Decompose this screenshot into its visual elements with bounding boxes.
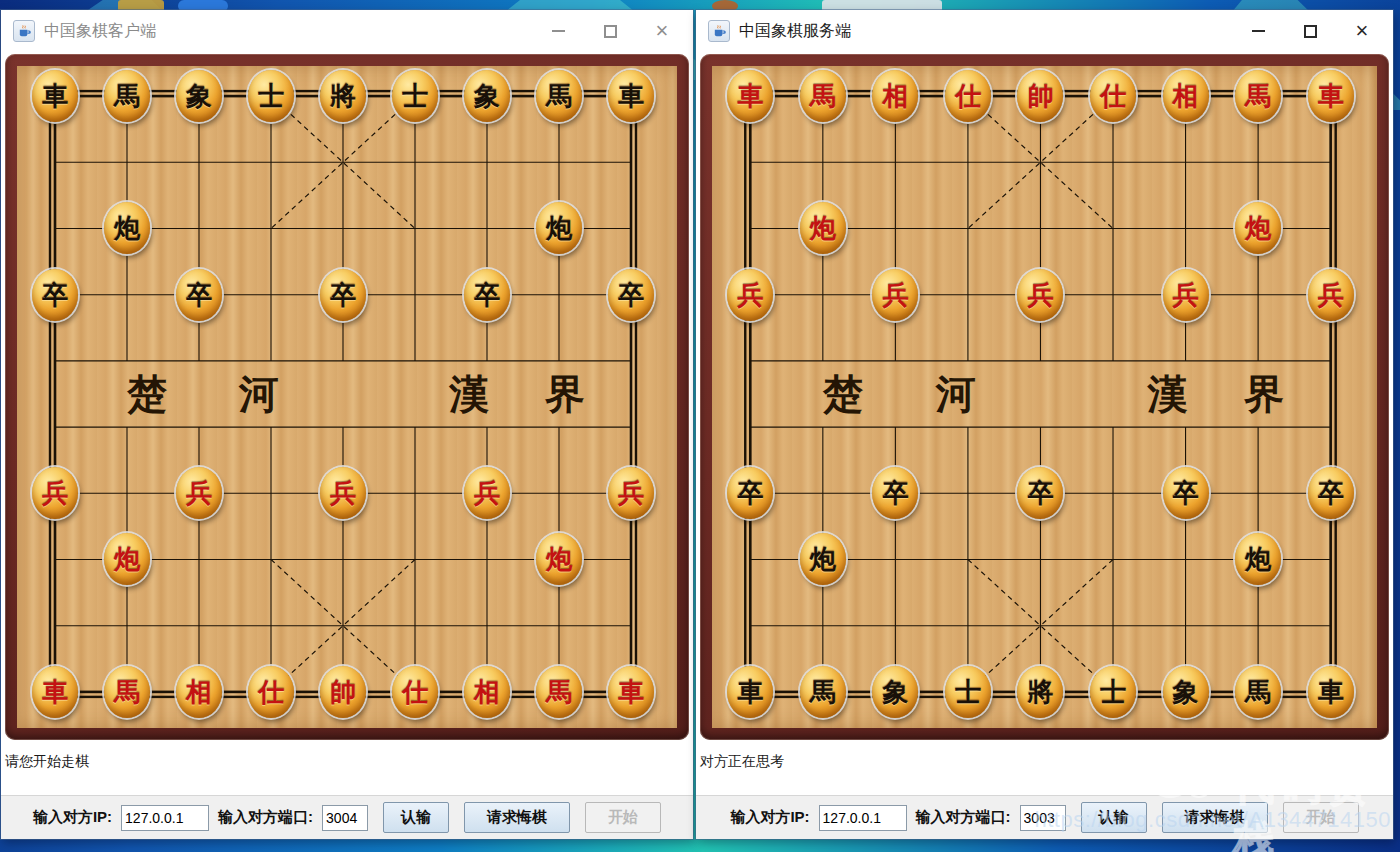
port-input[interactable]	[1020, 805, 1066, 831]
close-button[interactable]: ×	[1349, 18, 1375, 44]
port-label: 输入对方端口:	[218, 808, 313, 827]
piece-glyph: 馬	[1245, 83, 1271, 109]
piece-馬[interactable]: 馬	[104, 70, 150, 122]
piece-glyph: 卒	[474, 282, 500, 308]
piece-glyph: 象	[882, 679, 908, 705]
start-button[interactable]: 开始	[585, 802, 661, 833]
piece-glyph: 炮	[546, 546, 572, 572]
piece-兵[interactable]: 兵	[608, 467, 654, 519]
piece-glyph: 卒	[330, 282, 356, 308]
status-text: 对方正在思考	[700, 753, 784, 769]
piece-將[interactable]: 將	[320, 70, 366, 122]
piece-glyph: 將	[1027, 679, 1053, 705]
piece-glyph: 馬	[546, 679, 572, 705]
piece-glyph: 士	[258, 83, 284, 109]
piece-glyph: 帥	[1027, 83, 1053, 109]
svg-text:河: 河	[238, 370, 279, 417]
piece-glyph: 仕	[955, 83, 981, 109]
port-input[interactable]	[322, 805, 368, 831]
piece-glyph: 卒	[882, 480, 908, 506]
piece-glyph: 馬	[546, 83, 572, 109]
piece-兵[interactable]: 兵	[464, 467, 510, 519]
java-coffee-icon	[708, 20, 730, 42]
piece-車[interactable]: 車	[727, 70, 773, 122]
piece-卒[interactable]: 卒	[608, 269, 654, 321]
piece-兵[interactable]: 兵	[1308, 269, 1354, 321]
piece-相[interactable]: 相	[872, 70, 918, 122]
piece-炮[interactable]: 炮	[536, 533, 582, 585]
piece-馬[interactable]: 馬	[104, 666, 150, 718]
undo-request-button[interactable]: 请求悔棋	[1162, 802, 1268, 833]
client-window: 中国象棋客户端 × 楚河漢界車馬象士將士象馬車炮炮卒卒卒卒卒兵兵兵兵兵炮炮車馬相…	[1, 10, 693, 839]
piece-glyph: 馬	[114, 83, 140, 109]
ip-label: 输入对方IP:	[730, 808, 809, 827]
piece-glyph: 象	[186, 83, 212, 109]
piece-炮[interactable]: 炮	[1235, 533, 1281, 585]
piece-glyph: 炮	[114, 546, 140, 572]
piece-卒[interactable]: 卒	[1308, 467, 1354, 519]
window-title: 中国象棋客户端	[44, 21, 156, 42]
port-label: 输入对方端口:	[916, 808, 1011, 827]
piece-車[interactable]: 車	[32, 666, 78, 718]
piece-仕[interactable]: 仕	[945, 70, 991, 122]
close-button[interactable]: ×	[649, 18, 675, 44]
piece-兵[interactable]: 兵	[176, 467, 222, 519]
piece-glyph: 馬	[1245, 679, 1271, 705]
piece-車[interactable]: 車	[32, 70, 78, 122]
piece-卒[interactable]: 卒	[32, 269, 78, 321]
piece-炮[interactable]: 炮	[800, 202, 846, 254]
piece-glyph: 車	[737, 679, 763, 705]
piece-glyph: 相	[474, 679, 500, 705]
svg-text:界: 界	[1243, 370, 1284, 417]
java-coffee-icon	[13, 20, 35, 42]
piece-glyph: 相	[1173, 83, 1199, 109]
piece-車[interactable]: 車	[1308, 666, 1354, 718]
piece-車[interactable]: 車	[608, 666, 654, 718]
piece-glyph: 車	[42, 679, 68, 705]
minimize-icon	[552, 30, 565, 32]
piece-兵[interactable]: 兵	[320, 467, 366, 519]
piece-士[interactable]: 士	[945, 666, 991, 718]
svg-text:漢: 漢	[448, 370, 489, 417]
minimize-button[interactable]	[1245, 18, 1271, 44]
piece-卒[interactable]: 卒	[320, 269, 366, 321]
piece-卒[interactable]: 卒	[727, 467, 773, 519]
piece-glyph: 卒	[1173, 480, 1199, 506]
titlebar[interactable]: 中国象棋客户端 ×	[1, 10, 693, 52]
piece-士[interactable]: 士	[1090, 666, 1136, 718]
piece-炮[interactable]: 炮	[536, 202, 582, 254]
piece-炮[interactable]: 炮	[104, 533, 150, 585]
ip-input[interactable]	[121, 805, 209, 831]
board-frame: 楚河漢界車馬相仕帥仕相馬車炮炮兵兵兵兵兵卒卒卒卒卒炮炮車馬象士將士象馬車	[700, 54, 1389, 740]
piece-炮[interactable]: 炮	[800, 533, 846, 585]
piece-兵[interactable]: 兵	[727, 269, 773, 321]
undo-request-button[interactable]: 请求悔棋	[464, 802, 570, 833]
piece-相[interactable]: 相	[464, 666, 510, 718]
window-title: 中国象棋服务端	[739, 21, 851, 42]
piece-卒[interactable]: 卒	[176, 269, 222, 321]
piece-士[interactable]: 士	[392, 70, 438, 122]
resign-button[interactable]: 认输	[383, 802, 449, 833]
piece-glyph: 仕	[1100, 83, 1126, 109]
piece-仕[interactable]: 仕	[392, 666, 438, 718]
piece-馬[interactable]: 馬	[800, 70, 846, 122]
piece-glyph: 車	[1318, 679, 1344, 705]
piece-仕[interactable]: 仕	[1090, 70, 1136, 122]
piece-車[interactable]: 車	[1308, 70, 1354, 122]
minimize-button[interactable]	[545, 18, 571, 44]
svg-text:界: 界	[544, 370, 585, 417]
piece-炮[interactable]: 炮	[104, 202, 150, 254]
piece-glyph: 卒	[1027, 480, 1053, 506]
status-text: 请您开始走棋	[5, 753, 89, 769]
piece-glyph: 相	[186, 679, 212, 705]
piece-馬[interactable]: 馬	[536, 70, 582, 122]
piece-glyph: 車	[737, 83, 763, 109]
piece-glyph: 炮	[810, 546, 836, 572]
svg-text:楚: 楚	[126, 370, 168, 417]
svg-text:河: 河	[935, 370, 976, 417]
piece-卒[interactable]: 卒	[1163, 467, 1209, 519]
piece-glyph: 兵	[1318, 282, 1344, 308]
piece-glyph: 士	[1100, 679, 1126, 705]
svg-text:漢: 漢	[1146, 370, 1187, 417]
titlebar[interactable]: 中国象棋服务端 ×	[696, 10, 1393, 52]
piece-glyph: 相	[882, 83, 908, 109]
piece-glyph: 卒	[618, 282, 644, 308]
piece-象[interactable]: 象	[176, 70, 222, 122]
piece-glyph: 車	[1318, 83, 1344, 109]
start-button[interactable]: 开始	[1283, 802, 1359, 833]
maximize-button[interactable]	[597, 18, 623, 44]
xiangqi-board[interactable]: 楚河漢界車馬相仕帥仕相馬車炮炮兵兵兵兵兵卒卒卒卒卒炮炮車馬象士將士象馬車	[712, 66, 1377, 728]
status-bar: 对方正在思考	[696, 742, 1393, 795]
piece-glyph: 馬	[810, 83, 836, 109]
piece-卒[interactable]: 卒	[1017, 467, 1063, 519]
piece-glyph: 炮	[1245, 546, 1271, 572]
piece-glyph: 車	[618, 679, 644, 705]
server-window: 中国象棋服务端 × 楚河漢界車馬相仕帥仕相馬車炮炮兵兵兵兵兵卒卒卒卒卒炮炮車馬象…	[696, 10, 1393, 839]
piece-glyph: 兵	[737, 282, 763, 308]
board-area: 楚河漢界車馬象士將士象馬車炮炮卒卒卒卒卒兵兵兵兵兵炮炮車馬相仕帥仕相馬車	[1, 52, 693, 742]
piece-glyph: 兵	[1173, 282, 1199, 308]
piece-glyph: 馬	[810, 679, 836, 705]
piece-卒[interactable]: 卒	[872, 467, 918, 519]
piece-相[interactable]: 相	[176, 666, 222, 718]
piece-象[interactable]: 象	[1163, 666, 1209, 718]
piece-glyph: 車	[42, 83, 68, 109]
piece-glyph: 卒	[1318, 480, 1344, 506]
piece-仕[interactable]: 仕	[248, 666, 294, 718]
piece-glyph: 車	[618, 83, 644, 109]
piece-glyph: 兵	[330, 480, 356, 506]
piece-glyph: 士	[402, 83, 428, 109]
maximize-icon	[1304, 25, 1317, 38]
piece-車[interactable]: 車	[727, 666, 773, 718]
piece-兵[interactable]: 兵	[872, 269, 918, 321]
control-bar: 输入对方IP: 输入对方端口: 认输 请求悔棋 开始	[1, 795, 693, 839]
ip-input[interactable]	[819, 805, 907, 831]
piece-士[interactable]: 士	[248, 70, 294, 122]
piece-glyph: 馬	[114, 679, 140, 705]
piece-glyph: 炮	[810, 215, 836, 241]
piece-帥[interactable]: 帥	[1017, 70, 1063, 122]
piece-象[interactable]: 象	[872, 666, 918, 718]
piece-glyph: 卒	[186, 282, 212, 308]
board-frame: 楚河漢界車馬象士將士象馬車炮炮卒卒卒卒卒兵兵兵兵兵炮炮車馬相仕帥仕相馬車	[5, 54, 689, 740]
piece-炮[interactable]: 炮	[1235, 202, 1281, 254]
piece-glyph: 卒	[42, 282, 68, 308]
svg-text:楚: 楚	[822, 370, 864, 417]
piece-兵[interactable]: 兵	[32, 467, 78, 519]
piece-馬[interactable]: 馬	[800, 666, 846, 718]
piece-glyph: 象	[474, 83, 500, 109]
control-bar: 输入对方IP: 输入对方端口: 认输 请求悔棋 开始	[696, 795, 1393, 839]
ip-label: 输入对方IP:	[33, 808, 112, 827]
piece-glyph: 兵	[474, 480, 500, 506]
xiangqi-board[interactable]: 楚河漢界車馬象士將士象馬車炮炮卒卒卒卒卒兵兵兵兵兵炮炮車馬相仕帥仕相馬車	[17, 66, 677, 728]
maximize-icon	[604, 25, 617, 38]
piece-glyph: 炮	[1245, 215, 1271, 241]
piece-glyph: 象	[1173, 679, 1199, 705]
piece-兵[interactable]: 兵	[1163, 269, 1209, 321]
piece-卒[interactable]: 卒	[464, 269, 510, 321]
piece-glyph: 將	[330, 83, 356, 109]
resign-button[interactable]: 认输	[1081, 802, 1147, 833]
piece-glyph: 卒	[737, 480, 763, 506]
board-area: 楚河漢界車馬相仕帥仕相馬車炮炮兵兵兵兵兵卒卒卒卒卒炮炮車馬象士將士象馬車	[696, 52, 1393, 742]
piece-glyph: 士	[955, 679, 981, 705]
piece-glyph: 仕	[402, 679, 428, 705]
piece-glyph: 帥	[330, 679, 356, 705]
piece-馬[interactable]: 馬	[1235, 666, 1281, 718]
piece-glyph: 仕	[258, 679, 284, 705]
piece-glyph: 兵	[186, 480, 212, 506]
piece-馬[interactable]: 馬	[1235, 70, 1281, 122]
piece-兵[interactable]: 兵	[1017, 269, 1063, 321]
maximize-button[interactable]	[1297, 18, 1323, 44]
piece-glyph: 兵	[618, 480, 644, 506]
status-bar: 请您开始走棋	[1, 742, 693, 795]
piece-glyph: 兵	[42, 480, 68, 506]
minimize-icon	[1252, 30, 1265, 32]
piece-glyph: 炮	[114, 215, 140, 241]
piece-象[interactable]: 象	[464, 70, 510, 122]
piece-glyph: 兵	[1027, 282, 1053, 308]
piece-將[interactable]: 將	[1017, 666, 1063, 718]
piece-glyph: 兵	[882, 282, 908, 308]
piece-glyph: 炮	[546, 215, 572, 241]
piece-馬[interactable]: 馬	[536, 666, 582, 718]
piece-車[interactable]: 車	[608, 70, 654, 122]
piece-相[interactable]: 相	[1163, 70, 1209, 122]
piece-帥[interactable]: 帥	[320, 666, 366, 718]
